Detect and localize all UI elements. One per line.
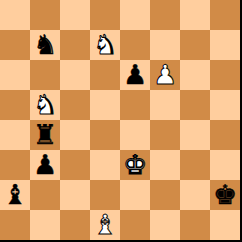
square-h5[interactable] xyxy=(210,90,240,120)
square-a1[interactable] xyxy=(0,210,30,240)
square-g4[interactable] xyxy=(180,120,210,150)
square-g7[interactable] xyxy=(180,30,210,60)
square-c2[interactable] xyxy=(60,180,90,210)
square-g5[interactable] xyxy=(180,90,210,120)
square-b2[interactable] xyxy=(30,180,60,210)
square-h1[interactable] xyxy=(210,210,240,240)
square-e6[interactable]: ♟ xyxy=(120,60,150,90)
white-knight: ♞ xyxy=(93,30,117,60)
square-c1[interactable] xyxy=(60,210,90,240)
black-pawn: ♟ xyxy=(33,150,57,180)
square-d7[interactable]: ♞ xyxy=(90,30,120,60)
square-a6[interactable] xyxy=(0,60,30,90)
square-a5[interactable] xyxy=(0,90,30,120)
black-rook: ♜ xyxy=(33,120,57,150)
square-g1[interactable] xyxy=(180,210,210,240)
square-a8[interactable] xyxy=(0,0,30,30)
square-f7[interactable] xyxy=(150,30,180,60)
square-b7[interactable]: ♞ xyxy=(30,30,60,60)
square-e2[interactable] xyxy=(120,180,150,210)
square-f8[interactable] xyxy=(150,0,180,30)
square-d6[interactable] xyxy=(90,60,120,90)
square-d2[interactable] xyxy=(90,180,120,210)
square-a7[interactable] xyxy=(0,30,30,60)
square-b3[interactable]: ♟ xyxy=(30,150,60,180)
square-a2[interactable]: ♝ xyxy=(0,180,30,210)
square-h2[interactable]: ♚ xyxy=(210,180,240,210)
square-f5[interactable] xyxy=(150,90,180,120)
square-e8[interactable] xyxy=(120,0,150,30)
square-c5[interactable] xyxy=(60,90,90,120)
square-b8[interactable] xyxy=(30,0,60,30)
square-f6[interactable]: ♟ xyxy=(150,60,180,90)
square-h7[interactable] xyxy=(210,30,240,60)
square-c7[interactable] xyxy=(60,30,90,60)
square-h4[interactable] xyxy=(210,120,240,150)
square-d5[interactable] xyxy=(90,90,120,120)
square-g2[interactable] xyxy=(180,180,210,210)
square-f4[interactable] xyxy=(150,120,180,150)
black-bishop: ♝ xyxy=(3,180,27,210)
white-king: ♚ xyxy=(123,150,147,180)
square-c8[interactable] xyxy=(60,0,90,30)
square-d4[interactable] xyxy=(90,120,120,150)
square-e7[interactable] xyxy=(120,30,150,60)
square-b4[interactable]: ♜ xyxy=(30,120,60,150)
square-d1[interactable]: ♝ xyxy=(90,210,120,240)
square-e5[interactable] xyxy=(120,90,150,120)
chess-board: ♞♞♟♟♞♜♟♚♝♚♝ xyxy=(0,0,242,242)
black-king: ♚ xyxy=(213,180,237,210)
square-b1[interactable] xyxy=(30,210,60,240)
square-e1[interactable] xyxy=(120,210,150,240)
white-bishop: ♝ xyxy=(93,210,117,240)
square-e3[interactable]: ♚ xyxy=(120,150,150,180)
square-d8[interactable] xyxy=(90,0,120,30)
square-h6[interactable] xyxy=(210,60,240,90)
square-f3[interactable] xyxy=(150,150,180,180)
square-a3[interactable] xyxy=(0,150,30,180)
square-f2[interactable] xyxy=(150,180,180,210)
square-c3[interactable] xyxy=(60,150,90,180)
square-e4[interactable] xyxy=(120,120,150,150)
square-g8[interactable] xyxy=(180,0,210,30)
black-pawn: ♟ xyxy=(123,60,147,90)
square-c6[interactable] xyxy=(60,60,90,90)
square-f1[interactable] xyxy=(150,210,180,240)
white-knight: ♞ xyxy=(33,90,57,120)
square-a4[interactable] xyxy=(0,120,30,150)
black-knight: ♞ xyxy=(33,30,57,60)
square-c4[interactable] xyxy=(60,120,90,150)
square-g3[interactable] xyxy=(180,150,210,180)
square-b5[interactable]: ♞ xyxy=(30,90,60,120)
square-b6[interactable] xyxy=(30,60,60,90)
white-pawn: ♟ xyxy=(153,60,177,90)
square-h3[interactable] xyxy=(210,150,240,180)
square-h8[interactable] xyxy=(210,0,240,30)
square-g6[interactable] xyxy=(180,60,210,90)
square-d3[interactable] xyxy=(90,150,120,180)
